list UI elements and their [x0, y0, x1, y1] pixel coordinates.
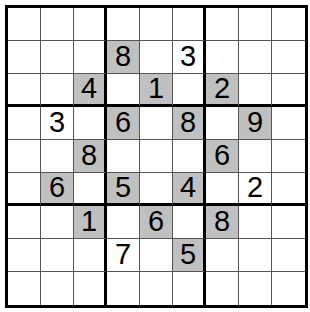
cell-r3c5[interactable]: 1 [140, 74, 173, 107]
cell-r4c3[interactable] [74, 107, 107, 140]
cell-r3c1[interactable] [8, 74, 41, 107]
cell-r7c7[interactable]: 8 [206, 206, 239, 239]
cell-r2c4[interactable]: 8 [107, 41, 140, 74]
cell-r2c6[interactable]: 3 [173, 41, 206, 74]
given-digit: 2 [247, 173, 263, 202]
cell-r3c7[interactable]: 2 [206, 74, 239, 107]
cell-r1c7[interactable] [206, 8, 239, 41]
given-digit: 8 [180, 108, 196, 137]
cell-r7c2[interactable] [41, 206, 74, 239]
cell-r6c6[interactable]: 4 [173, 173, 206, 206]
cell-r3c4[interactable] [107, 74, 140, 107]
cell-r7c6[interactable] [173, 206, 206, 239]
cell-r8c3[interactable] [74, 239, 107, 272]
cell-r5c7[interactable]: 6 [206, 140, 239, 173]
cell-r9c1[interactable] [8, 272, 41, 305]
cell-r8c7[interactable] [206, 239, 239, 272]
given-digit: 9 [247, 108, 263, 137]
cell-r6c2[interactable]: 6 [41, 173, 74, 206]
given-digit: 1 [81, 207, 97, 236]
cell-r3c6[interactable] [173, 74, 206, 107]
cell-r2c5[interactable] [140, 41, 173, 74]
given-digit: 6 [148, 207, 164, 236]
cell-r3c2[interactable] [41, 74, 74, 107]
given-digit: 8 [115, 42, 131, 71]
cell-r9c8[interactable] [239, 272, 272, 305]
cell-r9c7[interactable] [206, 272, 239, 305]
cell-r1c3[interactable] [74, 8, 107, 41]
cell-r1c1[interactable] [8, 8, 41, 41]
cell-r5c1[interactable] [8, 140, 41, 173]
cell-r9c9[interactable] [272, 272, 305, 305]
cell-r8c5[interactable] [140, 239, 173, 272]
cell-r6c5[interactable] [140, 173, 173, 206]
cell-r3c3[interactable]: 4 [74, 74, 107, 107]
cell-r4c6[interactable]: 8 [173, 107, 206, 140]
given-digit: 2 [214, 74, 230, 103]
cell-r7c8[interactable] [239, 206, 272, 239]
given-digit: 6 [49, 173, 65, 202]
cell-r1c6[interactable] [173, 8, 206, 41]
cell-r9c6[interactable] [173, 272, 206, 305]
cell-r5c2[interactable] [41, 140, 74, 173]
given-digit: 4 [81, 74, 97, 103]
cell-r5c5[interactable] [140, 140, 173, 173]
given-digit: 8 [214, 207, 230, 236]
page: 83412368986654216875 [0, 0, 310, 312]
cell-r5c4[interactable] [107, 140, 140, 173]
cell-r2c1[interactable] [8, 41, 41, 74]
given-digit: 3 [180, 42, 196, 71]
given-digit: 5 [180, 240, 196, 269]
cell-r7c3[interactable]: 1 [74, 206, 107, 239]
cell-r7c4[interactable] [107, 206, 140, 239]
cell-r8c8[interactable] [239, 239, 272, 272]
sudoku-board: 83412368986654216875 [5, 5, 308, 308]
cell-r7c9[interactable] [272, 206, 305, 239]
cell-r8c4[interactable]: 7 [107, 239, 140, 272]
cell-r4c5[interactable] [140, 107, 173, 140]
given-digit: 1 [148, 74, 164, 103]
cell-r7c5[interactable]: 6 [140, 206, 173, 239]
cell-r4c9[interactable] [272, 107, 305, 140]
given-digit: 3 [49, 108, 65, 137]
cell-r9c2[interactable] [41, 272, 74, 305]
cell-r6c7[interactable] [206, 173, 239, 206]
cell-r1c9[interactable] [272, 8, 305, 41]
cell-r3c9[interactable] [272, 74, 305, 107]
given-digit: 5 [115, 173, 131, 202]
cell-r2c2[interactable] [41, 41, 74, 74]
cell-r1c4[interactable] [107, 8, 140, 41]
cell-r2c3[interactable] [74, 41, 107, 74]
given-digit: 6 [115, 108, 131, 137]
cell-r4c4[interactable]: 6 [107, 107, 140, 140]
cell-r9c5[interactable] [140, 272, 173, 305]
given-digit: 4 [180, 173, 196, 202]
cell-r6c3[interactable] [74, 173, 107, 206]
cell-r8c9[interactable] [272, 239, 305, 272]
cell-r1c2[interactable] [41, 8, 74, 41]
cell-r4c8[interactable]: 9 [239, 107, 272, 140]
cell-r5c6[interactable] [173, 140, 206, 173]
given-digit: 7 [115, 240, 131, 269]
cell-r9c3[interactable] [74, 272, 107, 305]
cell-r2c7[interactable] [206, 41, 239, 74]
cell-r6c1[interactable] [8, 173, 41, 206]
cell-r2c8[interactable] [239, 41, 272, 74]
cell-r8c2[interactable] [41, 239, 74, 272]
cell-r5c9[interactable] [272, 140, 305, 173]
cell-r6c8[interactable]: 2 [239, 173, 272, 206]
cell-r9c4[interactable] [107, 272, 140, 305]
cell-r8c6[interactable]: 5 [173, 239, 206, 272]
cell-r4c1[interactable] [8, 107, 41, 140]
cell-r8c1[interactable] [8, 239, 41, 272]
cell-r1c8[interactable] [239, 8, 272, 41]
cell-r6c9[interactable] [272, 173, 305, 206]
cell-r1c5[interactable] [140, 8, 173, 41]
given-digit: 8 [81, 141, 97, 170]
cell-r2c9[interactable] [272, 41, 305, 74]
cell-r7c1[interactable] [8, 206, 41, 239]
cell-r4c7[interactable] [206, 107, 239, 140]
cell-r4c2[interactable]: 3 [41, 107, 74, 140]
cell-r5c8[interactable] [239, 140, 272, 173]
cell-r5c3[interactable]: 8 [74, 140, 107, 173]
cell-r6c4[interactable]: 5 [107, 173, 140, 206]
cell-r3c8[interactable] [239, 74, 272, 107]
given-digit: 6 [214, 141, 230, 170]
